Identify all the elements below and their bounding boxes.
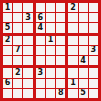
sudoku-cell-empty[interactable] bbox=[46, 68, 55, 77]
sudoku-cell-given[interactable]: 6 bbox=[36, 13, 45, 22]
sudoku-cell-empty[interactable] bbox=[46, 89, 55, 98]
sudoku-cell-given[interactable]: 3 bbox=[23, 13, 32, 22]
sudoku-cell-given[interactable]: 1 bbox=[68, 79, 77, 88]
sudoku-cell-empty[interactable] bbox=[56, 3, 65, 12]
sudoku-cell-empty[interactable] bbox=[56, 23, 65, 32]
sudoku-cell-empty[interactable] bbox=[79, 68, 88, 77]
sudoku-cell-given[interactable]: 8 bbox=[56, 89, 65, 98]
sudoku-cell-given[interactable]: 1 bbox=[3, 3, 12, 12]
sudoku-cell-given[interactable]: 7 bbox=[13, 46, 22, 55]
sudoku-cell-given[interactable]: 3 bbox=[89, 46, 98, 55]
sudoku-cell-empty[interactable] bbox=[89, 79, 98, 88]
sudoku-cell-given[interactable]: 6 bbox=[3, 79, 12, 88]
sudoku-cell-given[interactable]: 2 bbox=[68, 3, 77, 12]
sudoku-cell-empty[interactable] bbox=[56, 36, 65, 45]
sudoku-cell-empty[interactable] bbox=[36, 56, 45, 65]
sudoku-cell-empty[interactable] bbox=[13, 79, 22, 88]
sudoku-cell-empty[interactable] bbox=[3, 46, 12, 55]
sudoku-cell-empty[interactable] bbox=[3, 56, 12, 65]
sudoku-cell-empty[interactable] bbox=[46, 79, 55, 88]
sudoku-cell-given[interactable]: 4 bbox=[36, 23, 45, 32]
sudoku-cell-empty[interactable] bbox=[36, 89, 45, 98]
sudoku-cell-empty[interactable] bbox=[23, 46, 32, 55]
sudoku-cell-empty[interactable] bbox=[23, 68, 32, 77]
sudoku-cell-empty[interactable] bbox=[46, 3, 55, 12]
sudoku-cell-empty[interactable] bbox=[79, 3, 88, 12]
sudoku-cell-empty[interactable] bbox=[46, 46, 55, 55]
sudoku-cell-empty[interactable] bbox=[36, 79, 45, 88]
sudoku-cell-empty[interactable] bbox=[36, 3, 45, 12]
sudoku-cell-empty[interactable] bbox=[68, 46, 77, 55]
sudoku-cell-empty[interactable] bbox=[23, 79, 32, 88]
sudoku-cell-empty[interactable] bbox=[13, 89, 22, 98]
sudoku-cell-empty[interactable] bbox=[36, 36, 45, 45]
sudoku-cell-empty[interactable] bbox=[79, 46, 88, 55]
sudoku-cell-empty[interactable] bbox=[23, 23, 32, 32]
sudoku-cell-empty[interactable] bbox=[56, 56, 65, 65]
sudoku-board: 12365421734236185 bbox=[0, 0, 101, 101]
sudoku-cell-empty[interactable] bbox=[13, 36, 22, 45]
sudoku-cell-empty[interactable] bbox=[89, 13, 98, 22]
sudoku-cell-empty[interactable] bbox=[13, 23, 22, 32]
sudoku-cell-empty[interactable] bbox=[13, 56, 22, 65]
sudoku-cell-given[interactable]: 2 bbox=[3, 36, 12, 45]
sudoku-cell-given[interactable]: 5 bbox=[79, 89, 88, 98]
sudoku-cell-empty[interactable] bbox=[3, 13, 12, 22]
sudoku-cell-empty[interactable] bbox=[56, 79, 65, 88]
sudoku-cell-given[interactable]: 2 bbox=[13, 68, 22, 77]
sudoku-cell-empty[interactable] bbox=[89, 23, 98, 32]
sudoku-cell-given[interactable]: 5 bbox=[3, 23, 12, 32]
sudoku-cell-empty[interactable] bbox=[89, 56, 98, 65]
sudoku-cell-empty[interactable] bbox=[23, 89, 32, 98]
sudoku-cell-empty[interactable] bbox=[36, 46, 45, 55]
sudoku-cell-empty[interactable] bbox=[3, 68, 12, 77]
sudoku-cell-empty[interactable] bbox=[79, 36, 88, 45]
sudoku-cell-empty[interactable] bbox=[79, 79, 88, 88]
sudoku-cell-empty[interactable] bbox=[68, 23, 77, 32]
sudoku-cell-empty[interactable] bbox=[68, 36, 77, 45]
sudoku-cell-empty[interactable] bbox=[79, 23, 88, 32]
sudoku-cell-empty[interactable] bbox=[13, 3, 22, 12]
sudoku-cell-empty[interactable] bbox=[56, 68, 65, 77]
sudoku-cell-empty[interactable] bbox=[68, 89, 77, 98]
sudoku-cell-empty[interactable] bbox=[46, 56, 55, 65]
sudoku-cell-given[interactable]: 4 bbox=[79, 56, 88, 65]
sudoku-cell-empty[interactable] bbox=[3, 89, 12, 98]
sudoku-cell-empty[interactable] bbox=[89, 3, 98, 12]
sudoku-cell-given[interactable]: 1 bbox=[46, 36, 55, 45]
sudoku-cell-empty[interactable] bbox=[23, 56, 32, 65]
sudoku-cell-empty[interactable] bbox=[89, 36, 98, 45]
sudoku-cell-empty[interactable] bbox=[79, 13, 88, 22]
sudoku-cell-given[interactable]: 3 bbox=[36, 68, 45, 77]
sudoku-cell-empty[interactable] bbox=[68, 13, 77, 22]
sudoku-cell-empty[interactable] bbox=[68, 56, 77, 65]
sudoku-cell-empty[interactable] bbox=[46, 23, 55, 32]
sudoku-cell-empty[interactable] bbox=[56, 46, 65, 55]
sudoku-cell-empty[interactable] bbox=[23, 36, 32, 45]
sudoku-cell-empty[interactable] bbox=[46, 13, 55, 22]
sudoku-cell-empty[interactable] bbox=[68, 68, 77, 77]
sudoku-cell-empty[interactable] bbox=[89, 68, 98, 77]
sudoku-cell-empty[interactable] bbox=[56, 13, 65, 22]
sudoku-cell-empty[interactable] bbox=[13, 13, 22, 22]
sudoku-cell-empty[interactable] bbox=[23, 3, 32, 12]
sudoku-cell-empty[interactable] bbox=[89, 89, 98, 98]
